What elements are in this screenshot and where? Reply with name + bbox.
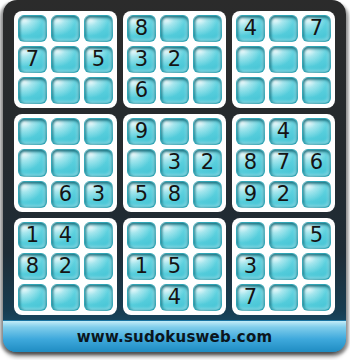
- cell-r4c4[interactable]: 9: [127, 118, 156, 145]
- cell-r2c2[interactable]: [51, 46, 80, 73]
- cell-r4c6[interactable]: [193, 118, 222, 145]
- box-1-2: 8326: [123, 11, 226, 108]
- cell-r9c7[interactable]: 7: [236, 284, 265, 311]
- cell-r1c4[interactable]: 8: [127, 15, 156, 42]
- cell-r6c5[interactable]: 8: [160, 181, 189, 208]
- cell-r5c9[interactable]: 6: [302, 149, 331, 176]
- cell-r3c7[interactable]: [236, 77, 265, 104]
- cell-r6c7[interactable]: 9: [236, 181, 265, 208]
- cell-r7c8[interactable]: [269, 222, 298, 249]
- cell-r9c6[interactable]: [193, 284, 222, 311]
- box-3-2: 154: [123, 218, 226, 315]
- cell-r2c4[interactable]: 3: [127, 46, 156, 73]
- cell-r6c1[interactable]: [18, 181, 47, 208]
- cell-r9c2[interactable]: [51, 284, 80, 311]
- box-3-1: 1482: [14, 218, 117, 315]
- cell-r1c8[interactable]: [269, 15, 298, 42]
- cell-r9c3[interactable]: [84, 284, 113, 311]
- cell-r8c3[interactable]: [84, 253, 113, 280]
- cell-r2c6[interactable]: [193, 46, 222, 73]
- box-1-3: 47: [232, 11, 335, 108]
- cell-r2c5[interactable]: 2: [160, 46, 189, 73]
- cell-r2c9[interactable]: [302, 46, 331, 73]
- cell-r3c9[interactable]: [302, 77, 331, 104]
- cell-r2c8[interactable]: [269, 46, 298, 73]
- cell-r8c9[interactable]: [302, 253, 331, 280]
- cell-r8c4[interactable]: 1: [127, 253, 156, 280]
- box-2-1: 63: [14, 114, 117, 211]
- website-url[interactable]: www.sudokusweb.com: [77, 328, 272, 346]
- cell-r2c7[interactable]: [236, 46, 265, 73]
- box-3-3: 537: [232, 218, 335, 315]
- cell-r7c6[interactable]: [193, 222, 222, 249]
- cell-r9c4[interactable]: [127, 284, 156, 311]
- cell-r8c6[interactable]: [193, 253, 222, 280]
- cell-r9c8[interactable]: [269, 284, 298, 311]
- cell-r4c1[interactable]: [18, 118, 47, 145]
- cell-r2c3[interactable]: 5: [84, 46, 113, 73]
- cell-r4c3[interactable]: [84, 118, 113, 145]
- cell-r4c9[interactable]: [302, 118, 331, 145]
- sudoku-screenshot: 7583264763932584876921482154537 www.sudo…: [0, 0, 350, 360]
- cell-r5c4[interactable]: [127, 149, 156, 176]
- cell-r3c5[interactable]: [160, 77, 189, 104]
- cell-r3c6[interactable]: [193, 77, 222, 104]
- cell-r8c8[interactable]: [269, 253, 298, 280]
- sudoku-board-frame: 7583264763932584876921482154537 www.sudo…: [3, 0, 346, 352]
- cell-r4c8[interactable]: 4: [269, 118, 298, 145]
- cell-r1c2[interactable]: [51, 15, 80, 42]
- cell-r4c2[interactable]: [51, 118, 80, 145]
- cell-r3c3[interactable]: [84, 77, 113, 104]
- cell-r6c3[interactable]: 3: [84, 181, 113, 208]
- cell-r5c6[interactable]: 2: [193, 149, 222, 176]
- cell-r3c1[interactable]: [18, 77, 47, 104]
- cell-r4c5[interactable]: [160, 118, 189, 145]
- sudoku-grid: 7583264763932584876921482154537: [14, 11, 335, 315]
- cell-r3c2[interactable]: [51, 77, 80, 104]
- cell-r6c6[interactable]: [193, 181, 222, 208]
- cell-r7c2[interactable]: 4: [51, 222, 80, 249]
- cell-r3c4[interactable]: 6: [127, 77, 156, 104]
- cell-r1c6[interactable]: [193, 15, 222, 42]
- cell-r9c5[interactable]: 4: [160, 284, 189, 311]
- cell-r5c2[interactable]: [51, 149, 80, 176]
- cell-r5c3[interactable]: [84, 149, 113, 176]
- cell-r7c4[interactable]: [127, 222, 156, 249]
- cell-r1c5[interactable]: [160, 15, 189, 42]
- footer-band: www.sudokusweb.com: [3, 320, 346, 352]
- cell-r7c7[interactable]: [236, 222, 265, 249]
- cell-r5c7[interactable]: 8: [236, 149, 265, 176]
- cell-r7c3[interactable]: [84, 222, 113, 249]
- cell-r1c9[interactable]: 7: [302, 15, 331, 42]
- box-2-2: 93258: [123, 114, 226, 211]
- cell-r4c7[interactable]: [236, 118, 265, 145]
- cell-r7c5[interactable]: [160, 222, 189, 249]
- cell-r1c1[interactable]: [18, 15, 47, 42]
- cell-r6c4[interactable]: 5: [127, 181, 156, 208]
- cell-r5c5[interactable]: 3: [160, 149, 189, 176]
- box-2-3: 487692: [232, 114, 335, 211]
- box-1-1: 75: [14, 11, 117, 108]
- cell-r6c2[interactable]: 6: [51, 181, 80, 208]
- cell-r8c7[interactable]: 3: [236, 253, 265, 280]
- cell-r6c9[interactable]: [302, 181, 331, 208]
- cell-r8c1[interactable]: 8: [18, 253, 47, 280]
- cell-r2c1[interactable]: 7: [18, 46, 47, 73]
- cell-r5c1[interactable]: [18, 149, 47, 176]
- cell-r8c5[interactable]: 5: [160, 253, 189, 280]
- cell-r5c8[interactable]: 7: [269, 149, 298, 176]
- cell-r7c9[interactable]: 5: [302, 222, 331, 249]
- cell-r8c2[interactable]: 2: [51, 253, 80, 280]
- cell-r3c8[interactable]: [269, 77, 298, 104]
- cell-r6c8[interactable]: 2: [269, 181, 298, 208]
- cell-r1c3[interactable]: [84, 15, 113, 42]
- cell-r9c9[interactable]: [302, 284, 331, 311]
- cell-r1c7[interactable]: 4: [236, 15, 265, 42]
- cell-r9c1[interactable]: [18, 284, 47, 311]
- cell-r7c1[interactable]: 1: [18, 222, 47, 249]
